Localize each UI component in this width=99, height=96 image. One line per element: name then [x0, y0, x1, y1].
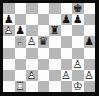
piece-black-pawn: ♟	[3, 14, 15, 25]
square-b4[interactable]	[15, 48, 27, 59]
square-h4[interactable]	[84, 48, 96, 59]
square-d4[interactable]	[38, 48, 50, 59]
piece-black-king: ♚	[72, 3, 84, 14]
square-a8[interactable]	[3, 3, 15, 14]
piece-white-pawn: ♟♙	[72, 59, 84, 70]
square-f1[interactable]	[61, 81, 73, 92]
square-e6[interactable]: ♜	[49, 25, 61, 36]
square-g7[interactable]: ♟	[72, 14, 84, 25]
square-g6[interactable]	[72, 25, 84, 36]
square-h5[interactable]: ♟	[84, 36, 96, 47]
square-a6[interactable]: ♟♙	[3, 25, 15, 36]
square-d5[interactable]: ♛	[38, 36, 50, 47]
square-e8[interactable]	[49, 3, 61, 14]
piece-black-pawn: ♟	[15, 25, 27, 36]
square-f8[interactable]	[61, 3, 73, 14]
square-e3[interactable]	[49, 59, 61, 70]
square-c3[interactable]	[26, 59, 38, 70]
piece-black-pawn: ♟	[84, 36, 96, 47]
square-d6[interactable]	[38, 25, 50, 36]
square-h7[interactable]	[84, 14, 96, 25]
square-b3[interactable]	[15, 59, 27, 70]
square-f4[interactable]	[61, 48, 73, 59]
square-a7[interactable]: ♟	[3, 14, 15, 25]
square-e4[interactable]	[49, 48, 61, 59]
square-a2[interactable]	[3, 70, 15, 81]
square-c8[interactable]	[26, 3, 38, 14]
square-h8[interactable]	[84, 3, 96, 14]
chess-board: ♚♟♟♟♟♙♟♜♛♕♟♙♛♟♟♙♟♙♟♙♟♙♜♖♚♔	[3, 3, 95, 92]
piece-white-pawn: ♟♙	[26, 36, 38, 47]
square-d8[interactable]	[38, 3, 50, 14]
square-c1[interactable]	[26, 81, 38, 92]
square-g1[interactable]: ♚♔	[72, 81, 84, 92]
piece-white-pawn: ♟♙	[84, 70, 96, 81]
square-d2[interactable]	[38, 70, 50, 81]
square-h2[interactable]: ♟♙	[84, 70, 96, 81]
piece-white-pawn: ♟♙	[3, 25, 15, 36]
square-b8[interactable]	[15, 3, 27, 14]
board-frame: ♚♟♟♟♟♙♟♜♛♕♟♙♛♟♟♙♟♙♟♙♟♙♜♖♚♔	[0, 0, 99, 96]
square-c7[interactable]	[26, 14, 38, 25]
piece-black-pawn: ♟	[61, 14, 73, 25]
square-b1[interactable]: ♜♖	[15, 81, 27, 92]
square-c6[interactable]	[26, 25, 38, 36]
square-e2[interactable]	[49, 70, 61, 81]
square-f2[interactable]: ♟♙	[61, 70, 73, 81]
square-e1[interactable]	[49, 81, 61, 92]
square-f7[interactable]: ♟	[61, 14, 73, 25]
square-g4[interactable]	[72, 48, 84, 59]
square-b5[interactable]: ♛♕	[15, 36, 27, 47]
square-a4[interactable]	[3, 48, 15, 59]
square-f6[interactable]	[61, 25, 73, 36]
square-b6[interactable]: ♟	[15, 25, 27, 36]
piece-white-queen: ♛♕	[15, 36, 27, 47]
piece-white-king: ♚♔	[72, 81, 84, 92]
square-b7[interactable]	[15, 14, 27, 25]
square-e7[interactable]	[49, 14, 61, 25]
piece-black-queen: ♛	[38, 36, 50, 47]
square-d1[interactable]	[38, 81, 50, 92]
square-c2[interactable]: ♟♙	[26, 70, 38, 81]
square-h6[interactable]	[84, 25, 96, 36]
square-a3[interactable]	[3, 59, 15, 70]
square-d3[interactable]	[38, 59, 50, 70]
square-g5[interactable]	[72, 36, 84, 47]
square-e5[interactable]	[49, 36, 61, 47]
square-f3[interactable]	[61, 59, 73, 70]
square-c5[interactable]: ♟♙	[26, 36, 38, 47]
piece-black-pawn: ♟	[72, 14, 84, 25]
piece-white-rook: ♜♖	[15, 81, 27, 92]
square-a1[interactable]	[3, 81, 15, 92]
piece-white-pawn: ♟♙	[61, 70, 73, 81]
square-d7[interactable]	[38, 14, 50, 25]
piece-white-pawn: ♟♙	[26, 70, 38, 81]
square-h3[interactable]	[84, 59, 96, 70]
square-a5[interactable]	[3, 36, 15, 47]
piece-black-rook: ♜	[49, 25, 61, 36]
square-c4[interactable]	[26, 48, 38, 59]
square-h1[interactable]	[84, 81, 96, 92]
square-b2[interactable]	[15, 70, 27, 81]
square-g3[interactable]: ♟♙	[72, 59, 84, 70]
square-g8[interactable]: ♚	[72, 3, 84, 14]
square-g2[interactable]	[72, 70, 84, 81]
square-f5[interactable]	[61, 36, 73, 47]
